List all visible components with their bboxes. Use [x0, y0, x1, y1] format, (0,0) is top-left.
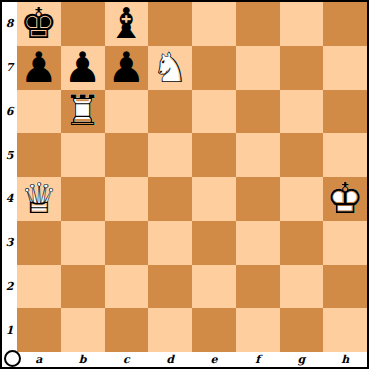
- square-d8[interactable]: [148, 2, 192, 46]
- white-rook: ♖: [61, 90, 105, 134]
- square-e4[interactable]: [192, 177, 236, 221]
- square-b2[interactable]: [61, 265, 105, 309]
- square-b1[interactable]: [61, 308, 105, 352]
- square-c2[interactable]: [105, 265, 149, 309]
- square-g1[interactable]: [280, 308, 324, 352]
- square-d4[interactable]: [148, 177, 192, 221]
- rank-labels: 87654321: [2, 2, 17, 352]
- square-e6[interactable]: [192, 90, 236, 134]
- square-e8[interactable]: [192, 2, 236, 46]
- square-a8[interactable]: ♚: [17, 2, 61, 46]
- square-e5[interactable]: [192, 133, 236, 177]
- square-g3[interactable]: [280, 221, 324, 265]
- file-label-h: h: [323, 352, 367, 367]
- square-c7[interactable]: ♟: [105, 46, 149, 90]
- chess-board: ♚♝♟♟♟♞♘♜♖♛♕♚♔: [17, 2, 367, 352]
- square-e2[interactable]: [192, 265, 236, 309]
- black-pawn: ♟: [17, 46, 61, 90]
- square-h8[interactable]: [323, 2, 367, 46]
- square-a7[interactable]: ♟: [17, 46, 61, 90]
- file-labels: abcdefgh: [17, 352, 367, 367]
- square-g8[interactable]: [280, 2, 324, 46]
- square-g7[interactable]: [280, 46, 324, 90]
- white-king-fill: ♚: [323, 177, 367, 221]
- square-h3[interactable]: [323, 221, 367, 265]
- white-king: ♔: [323, 177, 367, 221]
- rank-label-2: 2: [2, 265, 17, 309]
- square-b7[interactable]: ♟: [61, 46, 105, 90]
- white-to-move-indicator: [4, 350, 21, 367]
- square-d5[interactable]: [148, 133, 192, 177]
- square-a4[interactable]: ♛♕: [17, 177, 61, 221]
- square-b3[interactable]: [61, 221, 105, 265]
- square-e7[interactable]: [192, 46, 236, 90]
- file-label-b: b: [61, 352, 105, 367]
- square-h2[interactable]: [323, 265, 367, 309]
- white-queen: ♕: [17, 177, 61, 221]
- square-h4[interactable]: ♚♔: [323, 177, 367, 221]
- square-c1[interactable]: [105, 308, 149, 352]
- square-h7[interactable]: [323, 46, 367, 90]
- rank-label-1: 1: [2, 308, 17, 352]
- square-b4[interactable]: [61, 177, 105, 221]
- square-g2[interactable]: [280, 265, 324, 309]
- square-f4[interactable]: [236, 177, 280, 221]
- square-g5[interactable]: [280, 133, 324, 177]
- file-label-d: d: [148, 352, 192, 367]
- file-label-a: a: [17, 352, 61, 367]
- black-bishop: ♝: [105, 2, 149, 46]
- square-a3[interactable]: [17, 221, 61, 265]
- square-c8[interactable]: ♝: [105, 2, 149, 46]
- square-b5[interactable]: [61, 133, 105, 177]
- white-knight-fill: ♞: [148, 46, 192, 90]
- file-label-e: e: [192, 352, 236, 367]
- square-e1[interactable]: [192, 308, 236, 352]
- square-f2[interactable]: [236, 265, 280, 309]
- square-e3[interactable]: [192, 221, 236, 265]
- square-h5[interactable]: [323, 133, 367, 177]
- square-d6[interactable]: [148, 90, 192, 134]
- square-f6[interactable]: [236, 90, 280, 134]
- square-d7[interactable]: ♞♘: [148, 46, 192, 90]
- chess-diagram-frame: 87654321 ♚♝♟♟♟♞♘♜♖♛♕♚♔ abcdefgh: [0, 0, 369, 369]
- white-queen-fill: ♛: [17, 177, 61, 221]
- file-label-c: c: [105, 352, 149, 367]
- square-d2[interactable]: [148, 265, 192, 309]
- black-king: ♚: [17, 2, 61, 46]
- square-f8[interactable]: [236, 2, 280, 46]
- rank-label-6: 6: [2, 90, 17, 134]
- black-pawn: ♟: [61, 46, 105, 90]
- square-f7[interactable]: [236, 46, 280, 90]
- square-f5[interactable]: [236, 133, 280, 177]
- square-b8[interactable]: [61, 2, 105, 46]
- rank-label-4: 4: [2, 177, 17, 221]
- square-a1[interactable]: [17, 308, 61, 352]
- square-a2[interactable]: [17, 265, 61, 309]
- square-c4[interactable]: [105, 177, 149, 221]
- square-b6[interactable]: ♜♖: [61, 90, 105, 134]
- square-g4[interactable]: [280, 177, 324, 221]
- square-g6[interactable]: [280, 90, 324, 134]
- square-d3[interactable]: [148, 221, 192, 265]
- rank-label-8: 8: [2, 2, 17, 46]
- square-h6[interactable]: [323, 90, 367, 134]
- file-label-f: f: [236, 352, 280, 367]
- rank-label-3: 3: [2, 221, 17, 265]
- square-c3[interactable]: [105, 221, 149, 265]
- square-c6[interactable]: [105, 90, 149, 134]
- square-f3[interactable]: [236, 221, 280, 265]
- rank-label-7: 7: [2, 46, 17, 90]
- diagram-layout: 87654321 ♚♝♟♟♟♞♘♜♖♛♕♚♔ abcdefgh: [2, 2, 367, 367]
- rank-label-5: 5: [2, 133, 17, 177]
- square-h1[interactable]: [323, 308, 367, 352]
- black-pawn: ♟: [105, 46, 149, 90]
- square-a5[interactable]: [17, 133, 61, 177]
- file-label-g: g: [280, 352, 324, 367]
- square-c5[interactable]: [105, 133, 149, 177]
- white-rook-fill: ♜: [61, 90, 105, 134]
- square-d1[interactable]: [148, 308, 192, 352]
- square-a6[interactable]: [17, 90, 61, 134]
- white-knight: ♘: [148, 46, 192, 90]
- square-f1[interactable]: [236, 308, 280, 352]
